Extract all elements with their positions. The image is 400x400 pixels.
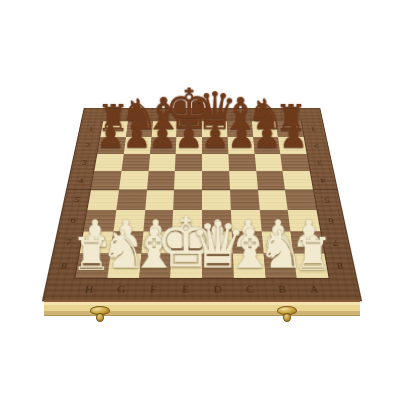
square-d4[interactable] — [202, 171, 230, 190]
brass-clasp-right — [275, 302, 299, 324]
square-b4[interactable] — [256, 171, 285, 190]
square-g5[interactable] — [116, 190, 146, 210]
square-b2[interactable]: ♟ — [253, 137, 281, 154]
square-a5[interactable] — [285, 190, 316, 210]
square-f3[interactable] — [148, 154, 176, 172]
playfield: ♜♞♝♚♛♝♞♜♟♟♟♟♟♟♟♟♟♟♟♟♟♟♟♟♜♞♝♚♛♝♞♜ — [75, 121, 328, 278]
dark-pawn[interactable]: ♟ — [96, 121, 125, 151]
clasp-knob-icon — [283, 313, 291, 322]
product-photo-stage: ♜♞♝♚♛♝♞♜♟♟♟♟♟♟♟♟♟♟♟♟♟♟♟♟♜♞♝♚♛♝♞♜ 1234567… — [0, 0, 400, 400]
square-c2[interactable]: ♟ — [227, 137, 254, 154]
clasp-knob-icon — [96, 313, 104, 322]
square-e4[interactable] — [174, 171, 202, 190]
square-h2[interactable]: ♟ — [97, 137, 125, 154]
file-label-f: F — [137, 280, 170, 299]
chess-set-scene: ♜♞♝♚♛♝♞♜♟♟♟♟♟♟♟♟♟♟♟♟♟♟♟♟♜♞♝♚♛♝♞♜ 1234567… — [0, 0, 400, 400]
square-h8[interactable]: ♜ — [75, 254, 110, 278]
square-f2[interactable]: ♟ — [150, 137, 177, 154]
rank-label-right-3: 3 — [308, 154, 331, 172]
rank-label-left-5: 5 — [65, 190, 89, 210]
rank-label-right-4: 4 — [312, 171, 335, 190]
file-label-d: D — [202, 280, 235, 299]
square-c4[interactable] — [229, 171, 258, 190]
square-a2[interactable]: ♟ — [278, 137, 306, 154]
light-rook[interactable]: ♜ — [292, 232, 333, 275]
square-c3[interactable] — [228, 154, 256, 172]
file-labels-near: HGFEDCBA — [72, 280, 332, 299]
square-a3[interactable] — [280, 154, 309, 172]
file-label-e: E — [169, 280, 202, 299]
file-label-b: B — [265, 280, 299, 299]
light-queen[interactable]: ♛ — [189, 215, 246, 276]
chess-board: ♜♞♝♚♛♝♞♜♟♟♟♟♟♟♟♟♟♟♟♟♟♟♟♟♜♞♝♚♛♝♞♜ 1234567… — [43, 108, 360, 300]
square-h3[interactable] — [94, 154, 123, 172]
file-label-h: H — [72, 280, 107, 299]
square-c5[interactable] — [230, 190, 260, 210]
square-b3[interactable] — [254, 154, 282, 172]
dark-pawn[interactable]: ♟ — [148, 121, 177, 151]
rank-label-right-1: 1 — [303, 121, 324, 137]
square-g3[interactable] — [121, 154, 149, 172]
square-a4[interactable] — [283, 171, 313, 190]
rank-label-left-4: 4 — [69, 171, 92, 190]
square-d8[interactable]: ♛ — [202, 254, 234, 278]
file-label-g: G — [104, 280, 138, 299]
square-d2[interactable]: ♟ — [202, 137, 228, 154]
brass-clasp-left — [88, 302, 112, 324]
dark-pawn[interactable]: ♟ — [201, 121, 230, 151]
square-g8[interactable]: ♞ — [107, 254, 141, 278]
dark-pawn[interactable]: ♟ — [122, 121, 151, 151]
square-g4[interactable] — [119, 171, 148, 190]
square-e3[interactable] — [175, 154, 202, 172]
square-h4[interactable] — [91, 171, 121, 190]
square-d3[interactable] — [202, 154, 229, 172]
rank-label-left-3: 3 — [73, 154, 96, 172]
dark-pawn[interactable]: ♟ — [175, 121, 204, 151]
square-e2[interactable]: ♟ — [176, 137, 202, 154]
square-h5[interactable] — [87, 190, 118, 210]
square-b5[interactable] — [258, 190, 288, 210]
dark-pawn[interactable]: ♟ — [227, 121, 256, 151]
light-rook[interactable]: ♜ — [71, 232, 112, 275]
dark-pawn[interactable]: ♟ — [253, 121, 282, 151]
rank-label-right-5: 5 — [315, 190, 339, 210]
square-a8[interactable]: ♜ — [294, 254, 329, 278]
square-f4[interactable] — [147, 171, 176, 190]
file-label-a: A — [297, 280, 332, 299]
file-label-c: C — [234, 280, 267, 299]
rank-label-right-2: 2 — [305, 137, 327, 154]
